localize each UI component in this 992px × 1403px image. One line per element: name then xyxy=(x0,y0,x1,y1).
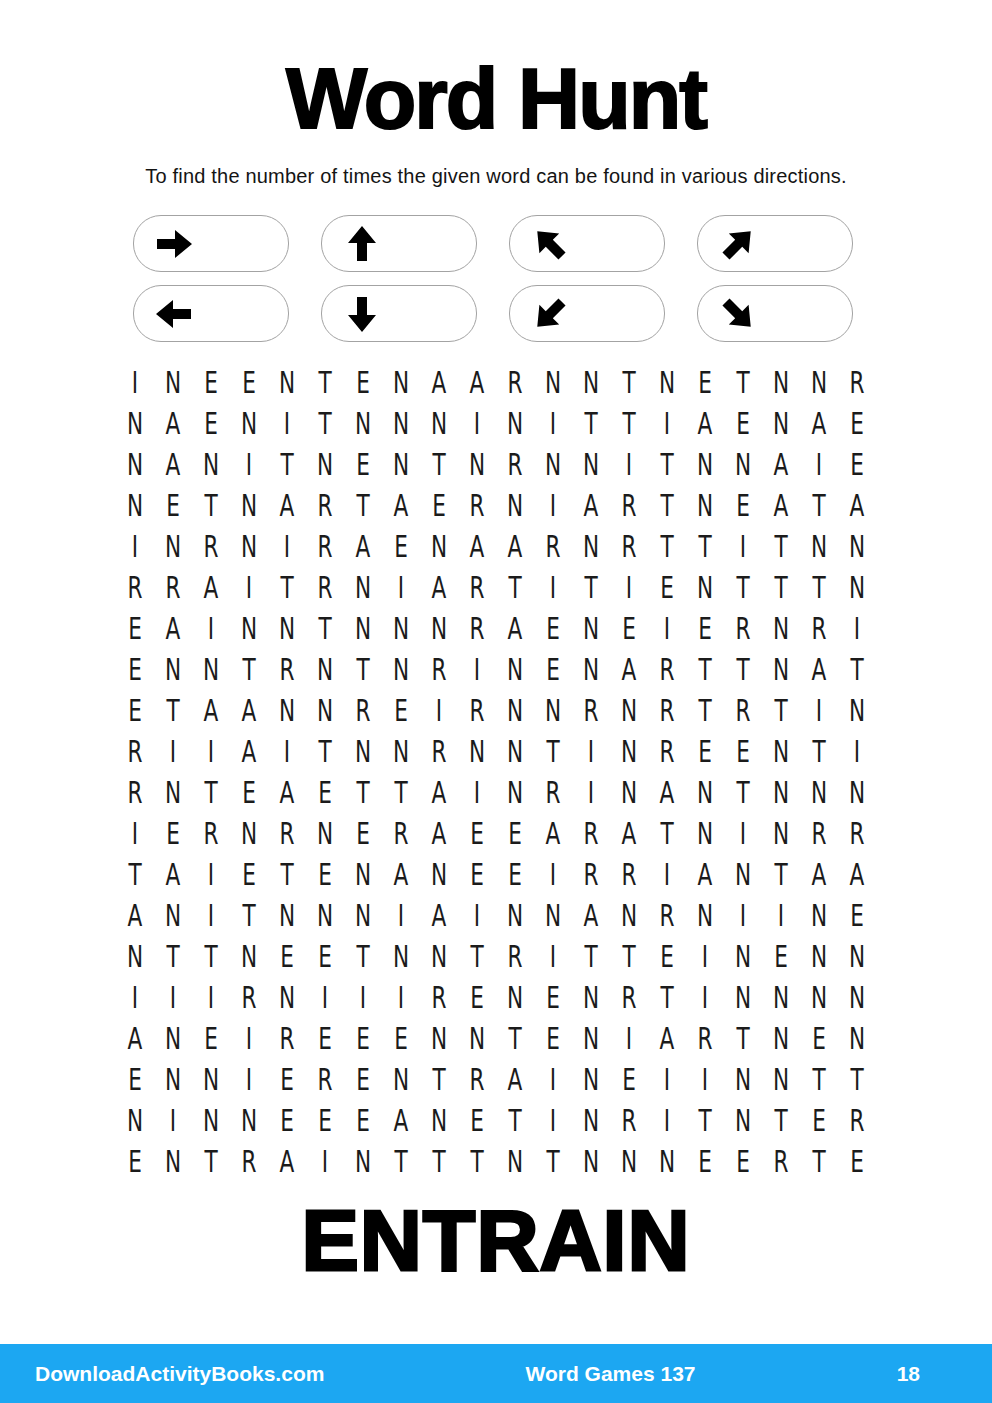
grid-cell-r17c10[interactable]: N xyxy=(463,1018,490,1059)
grid-cell-r4c7[interactable]: T xyxy=(349,485,376,526)
grid-cell-r12c9[interactable]: A xyxy=(425,813,452,854)
grid-cell-r13c6[interactable]: E xyxy=(311,854,338,895)
grid-cell-r10c12[interactable]: T xyxy=(539,731,566,772)
grid-cell-r4c12[interactable]: I xyxy=(539,485,566,526)
grid-cell-r20c5[interactable]: A xyxy=(273,1141,300,1182)
grid-cell-r5c10[interactable]: A xyxy=(463,526,490,567)
grid-cell-r5c6[interactable]: R xyxy=(311,526,338,567)
grid-cell-r14c11[interactable]: N xyxy=(501,895,528,936)
grid-cell-r9c16[interactable]: T xyxy=(691,690,718,731)
grid-cell-r6c13[interactable]: T xyxy=(577,567,604,608)
grid-cell-r7c3[interactable]: I xyxy=(197,608,224,649)
grid-cell-r6c19[interactable]: T xyxy=(805,567,832,608)
grid-cell-r16c7[interactable]: I xyxy=(349,977,376,1018)
grid-cell-r7c11[interactable]: A xyxy=(501,608,528,649)
grid-cell-r17c11[interactable]: T xyxy=(501,1018,528,1059)
grid-cell-r5c14[interactable]: R xyxy=(615,526,642,567)
grid-cell-r19c13[interactable]: N xyxy=(577,1100,604,1141)
grid-cell-r19c18[interactable]: T xyxy=(767,1100,794,1141)
grid-cell-r16c15[interactable]: T xyxy=(653,977,680,1018)
grid-cell-r9c11[interactable]: N xyxy=(501,690,528,731)
grid-cell-r14c13[interactable]: A xyxy=(577,895,604,936)
grid-cell-r17c16[interactable]: R xyxy=(691,1018,718,1059)
grid-cell-r14c6[interactable]: N xyxy=(311,895,338,936)
grid-cell-r12c17[interactable]: I xyxy=(729,813,756,854)
grid-cell-r17c19[interactable]: E xyxy=(805,1018,832,1059)
grid-cell-r13c15[interactable]: I xyxy=(653,854,680,895)
grid-cell-r9c12[interactable]: N xyxy=(539,690,566,731)
grid-cell-r10c13[interactable]: I xyxy=(577,731,604,772)
grid-cell-r10c11[interactable]: N xyxy=(501,731,528,772)
grid-cell-r13c9[interactable]: N xyxy=(425,854,452,895)
grid-cell-r7c5[interactable]: N xyxy=(273,608,300,649)
grid-cell-r11c16[interactable]: N xyxy=(691,772,718,813)
grid-cell-r5c9[interactable]: N xyxy=(425,526,452,567)
grid-cell-r1c10[interactable]: A xyxy=(463,362,490,403)
grid-cell-r15c11[interactable]: R xyxy=(501,936,528,977)
grid-cell-r9c18[interactable]: T xyxy=(767,690,794,731)
grid-cell-r8c3[interactable]: N xyxy=(197,649,224,690)
grid-cell-r10c17[interactable]: E xyxy=(729,731,756,772)
grid-cell-r13c7[interactable]: N xyxy=(349,854,376,895)
grid-cell-r13c20[interactable]: A xyxy=(843,854,870,895)
grid-cell-r9c17[interactable]: R xyxy=(729,690,756,731)
grid-cell-r12c14[interactable]: A xyxy=(615,813,642,854)
grid-cell-r2c3[interactable]: E xyxy=(197,403,224,444)
grid-cell-r1c1[interactable]: I xyxy=(121,362,148,403)
grid-cell-r4c16[interactable]: N xyxy=(691,485,718,526)
grid-cell-r3c17[interactable]: N xyxy=(729,444,756,485)
grid-cell-r1c18[interactable]: N xyxy=(767,362,794,403)
grid-cell-r16c14[interactable]: R xyxy=(615,977,642,1018)
grid-cell-r3c14[interactable]: I xyxy=(615,444,642,485)
grid-cell-r8c10[interactable]: I xyxy=(463,649,490,690)
grid-cell-r9c14[interactable]: N xyxy=(615,690,642,731)
grid-cell-r11c6[interactable]: E xyxy=(311,772,338,813)
grid-cell-r1c17[interactable]: T xyxy=(729,362,756,403)
grid-cell-r12c16[interactable]: N xyxy=(691,813,718,854)
grid-cell-r10c5[interactable]: I xyxy=(273,731,300,772)
grid-cell-r10c15[interactable]: R xyxy=(653,731,680,772)
grid-cell-r4c15[interactable]: T xyxy=(653,485,680,526)
grid-cell-r7c18[interactable]: N xyxy=(767,608,794,649)
grid-cell-r16c18[interactable]: N xyxy=(767,977,794,1018)
direction-button-left[interactable] xyxy=(133,285,289,342)
grid-cell-r4c11[interactable]: N xyxy=(501,485,528,526)
grid-cell-r20c12[interactable]: T xyxy=(539,1141,566,1182)
grid-cell-r11c18[interactable]: N xyxy=(767,772,794,813)
grid-cell-r10c10[interactable]: N xyxy=(463,731,490,772)
grid-cell-r16c8[interactable]: I xyxy=(387,977,414,1018)
grid-cell-r1c19[interactable]: N xyxy=(805,362,832,403)
direction-button-down-right[interactable] xyxy=(697,285,853,342)
grid-cell-r6c10[interactable]: R xyxy=(463,567,490,608)
grid-cell-r6c3[interactable]: A xyxy=(197,567,224,608)
grid-cell-r17c18[interactable]: N xyxy=(767,1018,794,1059)
grid-cell-r6c16[interactable]: N xyxy=(691,567,718,608)
grid-cell-r20c16[interactable]: E xyxy=(691,1141,718,1182)
grid-cell-r20c8[interactable]: T xyxy=(387,1141,414,1182)
grid-cell-r13c11[interactable]: E xyxy=(501,854,528,895)
grid-cell-r19c20[interactable]: R xyxy=(843,1100,870,1141)
grid-cell-r3c16[interactable]: N xyxy=(691,444,718,485)
grid-cell-r3c10[interactable]: N xyxy=(463,444,490,485)
grid-cell-r6c15[interactable]: E xyxy=(653,567,680,608)
grid-cell-r7c2[interactable]: A xyxy=(159,608,186,649)
grid-cell-r17c12[interactable]: E xyxy=(539,1018,566,1059)
grid-cell-r6c18[interactable]: T xyxy=(767,567,794,608)
grid-cell-r8c20[interactable]: T xyxy=(843,649,870,690)
grid-cell-r2c9[interactable]: N xyxy=(425,403,452,444)
grid-cell-r20c2[interactable]: N xyxy=(159,1141,186,1182)
grid-cell-r18c11[interactable]: A xyxy=(501,1059,528,1100)
grid-cell-r6c4[interactable]: I xyxy=(235,567,262,608)
grid-cell-r15c10[interactable]: T xyxy=(463,936,490,977)
grid-cell-r13c5[interactable]: T xyxy=(273,854,300,895)
grid-cell-r17c14[interactable]: I xyxy=(615,1018,642,1059)
grid-cell-r19c1[interactable]: N xyxy=(121,1100,148,1141)
grid-cell-r11c4[interactable]: E xyxy=(235,772,262,813)
grid-cell-r14c14[interactable]: N xyxy=(615,895,642,936)
grid-cell-r14c1[interactable]: A xyxy=(121,895,148,936)
grid-cell-r6c9[interactable]: A xyxy=(425,567,452,608)
grid-cell-r5c12[interactable]: R xyxy=(539,526,566,567)
grid-cell-r1c15[interactable]: N xyxy=(653,362,680,403)
grid-cell-r7c14[interactable]: E xyxy=(615,608,642,649)
grid-cell-r15c19[interactable]: N xyxy=(805,936,832,977)
grid-cell-r9c2[interactable]: T xyxy=(159,690,186,731)
grid-cell-r14c15[interactable]: R xyxy=(653,895,680,936)
grid-cell-r18c1[interactable]: E xyxy=(121,1059,148,1100)
grid-cell-r14c9[interactable]: A xyxy=(425,895,452,936)
grid-cell-r13c16[interactable]: A xyxy=(691,854,718,895)
grid-cell-r20c4[interactable]: R xyxy=(235,1141,262,1182)
grid-cell-r10c20[interactable]: I xyxy=(843,731,870,772)
grid-cell-r9c3[interactable]: A xyxy=(197,690,224,731)
grid-cell-r12c11[interactable]: E xyxy=(501,813,528,854)
grid-cell-r5c1[interactable]: I xyxy=(121,526,148,567)
grid-cell-r13c18[interactable]: T xyxy=(767,854,794,895)
grid-cell-r17c3[interactable]: E xyxy=(197,1018,224,1059)
grid-cell-r16c6[interactable]: I xyxy=(311,977,338,1018)
grid-cell-r18c19[interactable]: T xyxy=(805,1059,832,1100)
grid-cell-r1c2[interactable]: N xyxy=(159,362,186,403)
grid-cell-r1c3[interactable]: E xyxy=(197,362,224,403)
grid-cell-r9c10[interactable]: R xyxy=(463,690,490,731)
grid-cell-r17c6[interactable]: E xyxy=(311,1018,338,1059)
grid-cell-r4c13[interactable]: A xyxy=(577,485,604,526)
grid-cell-r7c6[interactable]: T xyxy=(311,608,338,649)
grid-cell-r15c9[interactable]: N xyxy=(425,936,452,977)
grid-cell-r15c14[interactable]: T xyxy=(615,936,642,977)
grid-cell-r5c16[interactable]: T xyxy=(691,526,718,567)
grid-cell-r12c6[interactable]: N xyxy=(311,813,338,854)
grid-cell-r3c3[interactable]: N xyxy=(197,444,224,485)
grid-cell-r19c8[interactable]: A xyxy=(387,1100,414,1141)
grid-cell-r6c5[interactable]: T xyxy=(273,567,300,608)
grid-cell-r17c8[interactable]: E xyxy=(387,1018,414,1059)
grid-cell-r13c1[interactable]: T xyxy=(121,854,148,895)
grid-cell-r18c12[interactable]: I xyxy=(539,1059,566,1100)
grid-cell-r2c8[interactable]: N xyxy=(387,403,414,444)
grid-cell-r11c11[interactable]: N xyxy=(501,772,528,813)
grid-cell-r12c15[interactable]: T xyxy=(653,813,680,854)
grid-cell-r7c20[interactable]: I xyxy=(843,608,870,649)
grid-cell-r4c1[interactable]: N xyxy=(121,485,148,526)
grid-cell-r17c7[interactable]: E xyxy=(349,1018,376,1059)
grid-cell-r20c3[interactable]: T xyxy=(197,1141,224,1182)
grid-cell-r5c5[interactable]: I xyxy=(273,526,300,567)
grid-cell-r3c15[interactable]: T xyxy=(653,444,680,485)
grid-cell-r9c20[interactable]: N xyxy=(843,690,870,731)
grid-cell-r16c3[interactable]: I xyxy=(197,977,224,1018)
grid-cell-r15c12[interactable]: I xyxy=(539,936,566,977)
grid-cell-r3c5[interactable]: T xyxy=(273,444,300,485)
grid-cell-r5c13[interactable]: N xyxy=(577,526,604,567)
grid-cell-r2c2[interactable]: A xyxy=(159,403,186,444)
grid-cell-r11c2[interactable]: N xyxy=(159,772,186,813)
grid-cell-r1c20[interactable]: R xyxy=(843,362,870,403)
direction-button-up-left[interactable] xyxy=(509,215,665,272)
grid-cell-r8c19[interactable]: A xyxy=(805,649,832,690)
grid-cell-r16c20[interactable]: N xyxy=(843,977,870,1018)
grid-cell-r11c15[interactable]: A xyxy=(653,772,680,813)
grid-cell-r14c8[interactable]: I xyxy=(387,895,414,936)
grid-cell-r18c8[interactable]: N xyxy=(387,1059,414,1100)
grid-cell-r9c5[interactable]: N xyxy=(273,690,300,731)
grid-cell-r19c3[interactable]: N xyxy=(197,1100,224,1141)
grid-cell-r1c11[interactable]: R xyxy=(501,362,528,403)
grid-cell-r19c16[interactable]: T xyxy=(691,1100,718,1141)
grid-cell-r14c10[interactable]: I xyxy=(463,895,490,936)
grid-cell-r15c15[interactable]: E xyxy=(653,936,680,977)
grid-cell-r4c4[interactable]: N xyxy=(235,485,262,526)
grid-cell-r12c18[interactable]: N xyxy=(767,813,794,854)
grid-cell-r20c1[interactable]: E xyxy=(121,1141,148,1182)
grid-cell-r1c16[interactable]: E xyxy=(691,362,718,403)
grid-cell-r16c12[interactable]: E xyxy=(539,977,566,1018)
grid-cell-r15c17[interactable]: N xyxy=(729,936,756,977)
grid-cell-r19c9[interactable]: N xyxy=(425,1100,452,1141)
grid-cell-r12c10[interactable]: E xyxy=(463,813,490,854)
grid-cell-r18c18[interactable]: N xyxy=(767,1059,794,1100)
grid-cell-r16c16[interactable]: I xyxy=(691,977,718,1018)
grid-cell-r17c2[interactable]: N xyxy=(159,1018,186,1059)
direction-button-right[interactable] xyxy=(133,215,289,272)
grid-cell-r10c16[interactable]: E xyxy=(691,731,718,772)
grid-cell-r6c17[interactable]: T xyxy=(729,567,756,608)
grid-cell-r12c2[interactable]: E xyxy=(159,813,186,854)
grid-cell-r3c7[interactable]: E xyxy=(349,444,376,485)
grid-cell-r8c14[interactable]: A xyxy=(615,649,642,690)
grid-cell-r14c17[interactable]: I xyxy=(729,895,756,936)
grid-cell-r7c8[interactable]: N xyxy=(387,608,414,649)
grid-cell-r12c3[interactable]: R xyxy=(197,813,224,854)
grid-cell-r18c15[interactable]: I xyxy=(653,1059,680,1100)
grid-cell-r17c13[interactable]: N xyxy=(577,1018,604,1059)
grid-cell-r18c2[interactable]: N xyxy=(159,1059,186,1100)
grid-cell-r16c17[interactable]: N xyxy=(729,977,756,1018)
grid-cell-r17c1[interactable]: A xyxy=(121,1018,148,1059)
grid-cell-r1c8[interactable]: N xyxy=(387,362,414,403)
grid-cell-r5c20[interactable]: N xyxy=(843,526,870,567)
grid-cell-r15c1[interactable]: N xyxy=(121,936,148,977)
grid-cell-r1c14[interactable]: T xyxy=(615,362,642,403)
grid-cell-r12c5[interactable]: R xyxy=(273,813,300,854)
grid-cell-r10c8[interactable]: N xyxy=(387,731,414,772)
grid-cell-r1c5[interactable]: N xyxy=(273,362,300,403)
grid-cell-r10c9[interactable]: R xyxy=(425,731,452,772)
grid-cell-r1c4[interactable]: E xyxy=(235,362,262,403)
grid-cell-r8c11[interactable]: N xyxy=(501,649,528,690)
grid-cell-r2c15[interactable]: I xyxy=(653,403,680,444)
grid-cell-r6c11[interactable]: T xyxy=(501,567,528,608)
grid-cell-r9c7[interactable]: R xyxy=(349,690,376,731)
grid-cell-r8c16[interactable]: T xyxy=(691,649,718,690)
grid-cell-r16c10[interactable]: E xyxy=(463,977,490,1018)
grid-cell-r12c4[interactable]: N xyxy=(235,813,262,854)
grid-cell-r7c1[interactable]: E xyxy=(121,608,148,649)
grid-cell-r8c2[interactable]: N xyxy=(159,649,186,690)
grid-cell-r10c4[interactable]: A xyxy=(235,731,262,772)
grid-cell-r11c19[interactable]: N xyxy=(805,772,832,813)
direction-button-up-right[interactable] xyxy=(697,215,853,272)
grid-cell-r3c11[interactable]: R xyxy=(501,444,528,485)
grid-cell-r3c1[interactable]: N xyxy=(121,444,148,485)
grid-cell-r19c10[interactable]: E xyxy=(463,1100,490,1141)
grid-cell-r4c8[interactable]: A xyxy=(387,485,414,526)
grid-cell-r19c5[interactable]: E xyxy=(273,1100,300,1141)
grid-cell-r12c19[interactable]: R xyxy=(805,813,832,854)
grid-cell-r3c4[interactable]: I xyxy=(235,444,262,485)
grid-cell-r7c9[interactable]: N xyxy=(425,608,452,649)
grid-cell-r4c17[interactable]: E xyxy=(729,485,756,526)
grid-cell-r4c19[interactable]: T xyxy=(805,485,832,526)
grid-cell-r13c3[interactable]: I xyxy=(197,854,224,895)
grid-cell-r17c17[interactable]: T xyxy=(729,1018,756,1059)
grid-cell-r11c14[interactable]: N xyxy=(615,772,642,813)
grid-cell-r3c6[interactable]: N xyxy=(311,444,338,485)
grid-cell-r12c12[interactable]: A xyxy=(539,813,566,854)
grid-cell-r16c13[interactable]: N xyxy=(577,977,604,1018)
grid-cell-r7c15[interactable]: I xyxy=(653,608,680,649)
grid-cell-r17c5[interactable]: R xyxy=(273,1018,300,1059)
grid-cell-r7c19[interactable]: R xyxy=(805,608,832,649)
grid-cell-r3c13[interactable]: N xyxy=(577,444,604,485)
grid-cell-r19c6[interactable]: E xyxy=(311,1100,338,1141)
grid-cell-r9c4[interactable]: A xyxy=(235,690,262,731)
grid-cell-r7c13[interactable]: N xyxy=(577,608,604,649)
grid-cell-r10c1[interactable]: R xyxy=(121,731,148,772)
grid-cell-r15c18[interactable]: E xyxy=(767,936,794,977)
grid-cell-r2c7[interactable]: N xyxy=(349,403,376,444)
grid-cell-r2c12[interactable]: I xyxy=(539,403,566,444)
grid-cell-r4c18[interactable]: A xyxy=(767,485,794,526)
grid-cell-r15c3[interactable]: T xyxy=(197,936,224,977)
grid-cell-r20c19[interactable]: T xyxy=(805,1141,832,1182)
grid-cell-r10c18[interactable]: N xyxy=(767,731,794,772)
grid-cell-r15c4[interactable]: N xyxy=(235,936,262,977)
grid-cell-r5c7[interactable]: A xyxy=(349,526,376,567)
grid-cell-r5c19[interactable]: N xyxy=(805,526,832,567)
grid-cell-r15c16[interactable]: I xyxy=(691,936,718,977)
grid-cell-r8c8[interactable]: N xyxy=(387,649,414,690)
grid-cell-r11c12[interactable]: R xyxy=(539,772,566,813)
grid-cell-r16c4[interactable]: R xyxy=(235,977,262,1018)
grid-cell-r5c2[interactable]: N xyxy=(159,526,186,567)
grid-cell-r20c9[interactable]: T xyxy=(425,1141,452,1182)
grid-cell-r19c2[interactable]: I xyxy=(159,1100,186,1141)
grid-cell-r14c4[interactable]: T xyxy=(235,895,262,936)
grid-cell-r6c6[interactable]: R xyxy=(311,567,338,608)
grid-cell-r20c20[interactable]: E xyxy=(843,1141,870,1182)
grid-cell-r10c3[interactable]: I xyxy=(197,731,224,772)
grid-cell-r10c14[interactable]: N xyxy=(615,731,642,772)
grid-cell-r15c20[interactable]: N xyxy=(843,936,870,977)
grid-cell-r9c9[interactable]: I xyxy=(425,690,452,731)
grid-cell-r19c4[interactable]: N xyxy=(235,1100,262,1141)
grid-cell-r11c13[interactable]: I xyxy=(577,772,604,813)
grid-cell-r4c6[interactable]: R xyxy=(311,485,338,526)
grid-cell-r13c19[interactable]: A xyxy=(805,854,832,895)
grid-cell-r16c11[interactable]: N xyxy=(501,977,528,1018)
grid-cell-r14c3[interactable]: I xyxy=(197,895,224,936)
grid-cell-r11c10[interactable]: I xyxy=(463,772,490,813)
grid-cell-r8c15[interactable]: R xyxy=(653,649,680,690)
grid-cell-r15c5[interactable]: E xyxy=(273,936,300,977)
grid-cell-r13c13[interactable]: R xyxy=(577,854,604,895)
grid-cell-r3c18[interactable]: A xyxy=(767,444,794,485)
grid-cell-r8c1[interactable]: E xyxy=(121,649,148,690)
grid-cell-r12c7[interactable]: E xyxy=(349,813,376,854)
grid-cell-r20c17[interactable]: E xyxy=(729,1141,756,1182)
grid-cell-r19c12[interactable]: I xyxy=(539,1100,566,1141)
grid-cell-r2c20[interactable]: E xyxy=(843,403,870,444)
grid-cell-r2c16[interactable]: A xyxy=(691,403,718,444)
grid-cell-r6c1[interactable]: R xyxy=(121,567,148,608)
grid-cell-r14c5[interactable]: N xyxy=(273,895,300,936)
grid-cell-r20c11[interactable]: N xyxy=(501,1141,528,1182)
grid-cell-r14c2[interactable]: N xyxy=(159,895,186,936)
grid-cell-r4c3[interactable]: T xyxy=(197,485,224,526)
grid-cell-r19c19[interactable]: E xyxy=(805,1100,832,1141)
grid-cell-r11c8[interactable]: T xyxy=(387,772,414,813)
grid-cell-r8c4[interactable]: T xyxy=(235,649,262,690)
grid-cell-r5c18[interactable]: T xyxy=(767,526,794,567)
grid-cell-r1c12[interactable]: N xyxy=(539,362,566,403)
grid-cell-r15c8[interactable]: N xyxy=(387,936,414,977)
grid-cell-r20c7[interactable]: N xyxy=(349,1141,376,1182)
grid-cell-r2c1[interactable]: N xyxy=(121,403,148,444)
grid-cell-r18c20[interactable]: T xyxy=(843,1059,870,1100)
footer-website-link[interactable]: DownloadActivityBooks.com xyxy=(35,1362,324,1386)
grid-cell-r8c7[interactable]: T xyxy=(349,649,376,690)
grid-cell-r1c13[interactable]: N xyxy=(577,362,604,403)
grid-cell-r13c17[interactable]: N xyxy=(729,854,756,895)
grid-cell-r10c19[interactable]: T xyxy=(805,731,832,772)
grid-cell-r2c19[interactable]: A xyxy=(805,403,832,444)
grid-cell-r5c3[interactable]: R xyxy=(197,526,224,567)
direction-button-down-left[interactable] xyxy=(509,285,665,342)
grid-cell-r11c1[interactable]: R xyxy=(121,772,148,813)
grid-cell-r5c11[interactable]: A xyxy=(501,526,528,567)
grid-cell-r1c6[interactable]: T xyxy=(311,362,338,403)
grid-cell-r3c9[interactable]: T xyxy=(425,444,452,485)
grid-cell-r16c2[interactable]: I xyxy=(159,977,186,1018)
grid-cell-r6c12[interactable]: I xyxy=(539,567,566,608)
grid-cell-r20c6[interactable]: I xyxy=(311,1141,338,1182)
grid-cell-r18c7[interactable]: E xyxy=(349,1059,376,1100)
